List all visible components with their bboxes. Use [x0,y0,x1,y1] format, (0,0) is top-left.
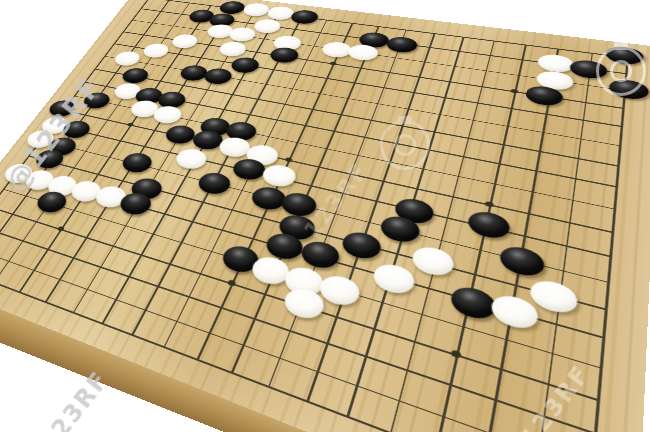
go-board-photo: @123RF @123RF 123RF 123RF [0,0,650,432]
